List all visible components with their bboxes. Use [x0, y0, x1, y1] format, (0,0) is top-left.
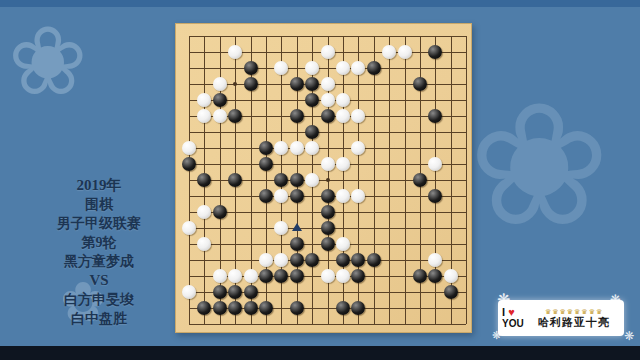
white-stone: [428, 253, 442, 267]
white-stone: [274, 141, 288, 155]
black-stone: [413, 77, 427, 91]
black-stone: [213, 301, 227, 315]
black-stone: [244, 285, 258, 299]
black-stone: [413, 173, 427, 187]
game-caption: 2019年 围棋 男子甲级联赛 第9轮 黑方童梦成 VS 白方申旻埈 白中盘胜: [28, 176, 170, 328]
black-stone: [244, 61, 258, 75]
caption-black-player: 黑方童梦成: [28, 252, 170, 271]
white-stone: [336, 61, 350, 75]
white-stone: [428, 157, 442, 171]
white-stone: [259, 253, 273, 267]
white-stone: [197, 205, 211, 219]
white-stone: [213, 109, 227, 123]
black-stone: [274, 269, 288, 283]
white-stone: [321, 157, 335, 171]
black-stone: [351, 269, 365, 283]
grid-line-vertical: [405, 36, 406, 324]
flower-watermark-right: ❀: [468, 80, 610, 250]
star-point: [233, 82, 237, 86]
black-stone: [244, 301, 258, 315]
black-stone: [321, 221, 335, 235]
badge-i-heart: I ♥: [502, 307, 515, 318]
badge-you: YOU: [502, 318, 524, 329]
white-stone: [228, 45, 242, 59]
star-point: [326, 178, 330, 182]
white-stone: [182, 285, 196, 299]
trophy-icons-row: ♛♛♛♛♛♛♛♛: [545, 308, 603, 316]
white-stone: [213, 269, 227, 283]
white-stone: [336, 189, 350, 203]
white-stone: [197, 109, 211, 123]
white-stone: [274, 61, 288, 75]
white-stone: [274, 253, 288, 267]
go-board: [175, 23, 472, 333]
black-stone: [259, 301, 273, 315]
white-stone: [321, 269, 335, 283]
white-stone: [274, 189, 288, 203]
black-stone: [305, 93, 319, 107]
black-stone: [290, 237, 304, 251]
grid-line-horizontal: [189, 324, 466, 325]
white-stone: [351, 109, 365, 123]
white-stone: [336, 109, 350, 123]
white-stone: [398, 45, 412, 59]
white-stone: [351, 141, 365, 155]
black-stone: [228, 109, 242, 123]
badge-right: ♛♛♛♛♛♛♛♛ 哈利路亚十亮: [528, 308, 620, 329]
black-stone: [321, 189, 335, 203]
heart-icon: ♥: [508, 306, 515, 318]
white-stone: [305, 173, 319, 187]
black-stone: [413, 269, 427, 283]
black-stone: [321, 109, 335, 123]
black-stone: [290, 77, 304, 91]
white-stone: [336, 237, 350, 251]
white-stone: [321, 77, 335, 91]
black-stone: [213, 205, 227, 219]
black-stone: [290, 301, 304, 315]
white-stone: [305, 61, 319, 75]
white-stone: [336, 93, 350, 107]
black-stone: [290, 189, 304, 203]
white-stone: [290, 141, 304, 155]
black-stone: [228, 173, 242, 187]
grid-line-vertical: [389, 36, 390, 324]
black-stone: [428, 109, 442, 123]
caption-round: 第9轮: [28, 233, 170, 252]
black-stone: [182, 157, 196, 171]
black-stone: [444, 285, 458, 299]
last-move-triangle-marker: [292, 223, 302, 231]
white-stone: [336, 157, 350, 171]
badge-left: I ♥ YOU: [502, 307, 524, 329]
sparkle-icon: ❋: [624, 330, 634, 342]
black-stone: [428, 45, 442, 59]
black-stone: [290, 253, 304, 267]
black-stone: [259, 189, 273, 203]
black-stone: [367, 253, 381, 267]
white-stone: [213, 77, 227, 91]
white-stone: [274, 221, 288, 235]
caption-year: 2019年: [28, 176, 170, 195]
grid-line-horizontal: [189, 260, 466, 261]
black-stone: [228, 285, 242, 299]
white-stone: [244, 269, 258, 283]
white-stone: [351, 61, 365, 75]
white-stone: [182, 221, 196, 235]
caption-league: 男子甲级联赛: [28, 214, 170, 233]
black-stone: [305, 77, 319, 91]
black-stone: [290, 173, 304, 187]
black-stone: [321, 205, 335, 219]
black-stone: [213, 93, 227, 107]
watermark-badge: I ♥ YOU ♛♛♛♛♛♛♛♛ 哈利路亚十亮: [498, 300, 624, 336]
white-stone: [228, 269, 242, 283]
black-stone: [259, 141, 273, 155]
white-stone: [197, 237, 211, 251]
white-stone: [382, 45, 396, 59]
black-stone: [228, 301, 242, 315]
black-stone: [336, 253, 350, 267]
white-stone: [182, 141, 196, 155]
caption-game: 围棋: [28, 195, 170, 214]
white-stone: [305, 141, 319, 155]
black-stone: [428, 189, 442, 203]
black-stone: [213, 285, 227, 299]
black-stone: [321, 237, 335, 251]
black-stone: [351, 253, 365, 267]
caption-vs: VS: [28, 271, 170, 290]
black-stone: [290, 109, 304, 123]
black-stone: [367, 61, 381, 75]
black-stone: [197, 173, 211, 187]
black-stone: [428, 269, 442, 283]
white-stone: [197, 93, 211, 107]
caption-white-player: 白方申旻埈: [28, 290, 170, 309]
grid-line-vertical: [466, 36, 467, 324]
black-stone: [259, 269, 273, 283]
white-stone: [321, 45, 335, 59]
black-stone: [244, 77, 258, 91]
white-stone: [336, 269, 350, 283]
top-border-strip: [0, 0, 640, 7]
white-stone: [321, 93, 335, 107]
bottom-border-strip: [0, 346, 640, 360]
black-stone: [351, 301, 365, 315]
white-stone: [351, 189, 365, 203]
black-stone: [259, 157, 273, 171]
white-stone: [444, 269, 458, 283]
black-stone: [274, 173, 288, 187]
badge-brand-text: 哈利路亚十亮: [538, 316, 610, 329]
grid-line-vertical: [374, 36, 375, 324]
black-stone: [290, 269, 304, 283]
black-stone: [336, 301, 350, 315]
black-stone: [305, 125, 319, 139]
caption-result: 白中盘胜: [28, 309, 170, 328]
flower-watermark-top-left: ❀: [8, 14, 88, 109]
black-stone: [305, 253, 319, 267]
black-stone: [197, 301, 211, 315]
